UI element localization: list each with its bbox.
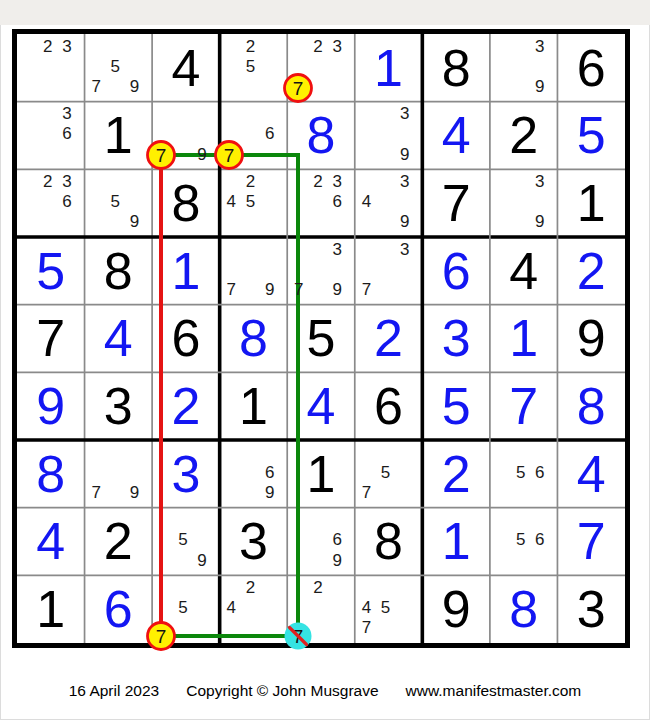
cell-r7c1[interactable]: 8 bbox=[17, 440, 85, 508]
pencil-marks: 25 bbox=[222, 36, 280, 97]
cell-r1c3[interactable]: 4 bbox=[152, 34, 220, 102]
pencil-marks: 59 bbox=[154, 510, 212, 571]
footer-website: www.manifestmaster.com bbox=[406, 682, 582, 700]
given-digit: 1 bbox=[220, 372, 288, 440]
given-digit: 6 bbox=[152, 305, 220, 373]
candidate-2: 2 bbox=[241, 577, 260, 597]
cell-r7c6[interactable]: 57 bbox=[355, 440, 423, 508]
cell-r9c3[interactable]: 5 bbox=[152, 575, 220, 643]
cell-r3c9[interactable]: 1 bbox=[557, 169, 625, 237]
given-digit: 2 bbox=[85, 508, 153, 576]
cell-r8c1[interactable]: 4 bbox=[17, 508, 85, 576]
candidate-9: 9 bbox=[192, 144, 211, 164]
pencil-marks: 69 bbox=[289, 510, 347, 571]
cell-r8c3[interactable]: 59 bbox=[152, 508, 220, 576]
cell-r7c9[interactable]: 4 bbox=[557, 440, 625, 508]
pencil-marks: 59 bbox=[87, 171, 145, 232]
cell-r4c1[interactable]: 5 bbox=[17, 237, 85, 305]
solved-digit: 5 bbox=[557, 102, 625, 170]
cell-r9c6[interactable]: 457 bbox=[355, 575, 423, 643]
candidate-7: 7 bbox=[357, 279, 376, 299]
cell-r9c1[interactable]: 1 bbox=[17, 575, 85, 643]
cell-r8c6[interactable]: 8 bbox=[355, 508, 423, 576]
cell-r9c7[interactable]: 9 bbox=[422, 575, 490, 643]
cell-r2c5[interactable]: 8 bbox=[287, 102, 355, 170]
solved-digit: 8 bbox=[490, 575, 558, 643]
cell-r2c1[interactable]: 36 bbox=[17, 102, 85, 170]
cell-r7c8[interactable]: 56 bbox=[490, 440, 558, 508]
footer-copyright: Copyright © John Musgrave bbox=[186, 682, 378, 700]
candidate-2: 2 bbox=[38, 171, 57, 191]
solved-digit: 1 bbox=[152, 237, 220, 305]
sudoku-board: 2357942523183963619683942523659824523634… bbox=[17, 34, 625, 643]
cell-r5c8[interactable]: 1 bbox=[490, 305, 558, 373]
candidate-2: 2 bbox=[308, 171, 327, 191]
pencil-marks: 349 bbox=[357, 171, 415, 232]
given-digit: 1 bbox=[85, 102, 153, 170]
cell-r3c5[interactable]: 236 bbox=[287, 169, 355, 237]
solved-digit: 1 bbox=[355, 34, 423, 102]
candidate-3: 3 bbox=[57, 104, 76, 124]
cell-r2c7[interactable]: 4 bbox=[422, 102, 490, 170]
cell-r4c2[interactable]: 8 bbox=[85, 237, 153, 305]
given-digit: 3 bbox=[557, 575, 625, 643]
pencil-marks: 56 bbox=[492, 442, 550, 503]
pencil-marks: 39 bbox=[357, 104, 415, 165]
solved-digit: 3 bbox=[422, 305, 490, 373]
cell-r8c4[interactable]: 3 bbox=[220, 508, 288, 576]
candidate-7: 7 bbox=[289, 279, 308, 299]
given-digit: 6 bbox=[557, 34, 625, 102]
pencil-marks: 236 bbox=[289, 171, 347, 232]
cell-r5c2[interactable]: 4 bbox=[85, 305, 153, 373]
cell-r1c6[interactable]: 1 bbox=[355, 34, 423, 102]
candidate-3: 3 bbox=[328, 239, 347, 259]
given-digit: 8 bbox=[85, 237, 153, 305]
pencil-marks: 2 bbox=[289, 577, 347, 638]
cell-r7c5[interactable]: 1 bbox=[287, 440, 355, 508]
given-digit: 4 bbox=[490, 237, 558, 305]
given-digit: 1 bbox=[17, 575, 85, 643]
candidate-9: 9 bbox=[395, 212, 414, 232]
solved-digit: 1 bbox=[422, 508, 490, 576]
solved-digit: 4 bbox=[557, 440, 625, 508]
cell-r3c1[interactable]: 236 bbox=[17, 169, 85, 237]
solved-digit: 4 bbox=[85, 305, 153, 373]
cell-r2c8[interactable]: 2 bbox=[490, 102, 558, 170]
candidate-5: 5 bbox=[173, 530, 192, 550]
solved-digit: 8 bbox=[557, 372, 625, 440]
candidate-5: 5 bbox=[376, 598, 395, 618]
given-digit: 3 bbox=[220, 508, 288, 576]
candidate-7: 7 bbox=[87, 482, 106, 502]
cell-r1c2[interactable]: 579 bbox=[85, 34, 153, 102]
candidate-9: 9 bbox=[260, 482, 279, 502]
cell-r6c8[interactable]: 7 bbox=[490, 372, 558, 440]
given-digit: 1 bbox=[287, 440, 355, 508]
pencil-marks: 457 bbox=[357, 577, 415, 638]
solved-digit: 2 bbox=[557, 237, 625, 305]
pencil-marks: 36 bbox=[19, 104, 77, 165]
candidate-7: 7 bbox=[222, 279, 241, 299]
candidate-6: 6 bbox=[57, 124, 76, 144]
cell-r4c8[interactable]: 4 bbox=[490, 237, 558, 305]
candidate-2: 2 bbox=[38, 36, 57, 56]
cell-r2c4[interactable]: 6 bbox=[220, 102, 288, 170]
pencil-marks: 9 bbox=[154, 104, 212, 165]
given-digit: 7 bbox=[422, 169, 490, 237]
candidate-5: 5 bbox=[106, 56, 125, 76]
given-digit: 1 bbox=[557, 169, 625, 237]
candidate-4: 4 bbox=[222, 598, 241, 618]
pencil-marks: 24 bbox=[222, 577, 280, 638]
given-digit: 8 bbox=[355, 508, 423, 576]
candidate-6: 6 bbox=[260, 462, 279, 482]
cell-r8c9[interactable]: 7 bbox=[557, 508, 625, 576]
given-digit: 8 bbox=[152, 169, 220, 237]
solved-digit: 4 bbox=[422, 102, 490, 170]
candidate-5: 5 bbox=[106, 192, 125, 212]
candidate-9: 9 bbox=[125, 212, 144, 232]
cell-r2c9[interactable]: 5 bbox=[557, 102, 625, 170]
cell-r7c4[interactable]: 69 bbox=[220, 440, 288, 508]
cell-r1c9[interactable]: 6 bbox=[557, 34, 625, 102]
footer-bar: 16 April 2023 Copyright © John Musgrave … bbox=[0, 682, 650, 700]
cell-r5c7[interactable]: 3 bbox=[422, 305, 490, 373]
candidate-4: 4 bbox=[222, 192, 241, 212]
cell-r5c9[interactable]: 9 bbox=[557, 305, 625, 373]
cell-r1c1[interactable]: 23 bbox=[17, 34, 85, 102]
candidate-9: 9 bbox=[328, 550, 347, 570]
solved-digit: 6 bbox=[422, 237, 490, 305]
candidate-5: 5 bbox=[241, 56, 260, 76]
candidate-3: 3 bbox=[328, 36, 347, 56]
candidate-4: 4 bbox=[357, 192, 376, 212]
pencil-marks: 39 bbox=[492, 171, 550, 232]
solved-digit: 9 bbox=[17, 372, 85, 440]
solved-digit: 3 bbox=[152, 440, 220, 508]
candidate-7: 7 bbox=[87, 76, 106, 96]
solved-digit: 4 bbox=[287, 372, 355, 440]
top-gray-band bbox=[0, 0, 650, 25]
footer-date: 16 April 2023 bbox=[69, 682, 160, 700]
cell-r4c5[interactable]: 379 bbox=[287, 237, 355, 305]
cell-r9c9[interactable]: 3 bbox=[557, 575, 625, 643]
candidate-9: 9 bbox=[395, 144, 414, 164]
candidate-5: 5 bbox=[511, 462, 530, 482]
solved-digit: 1 bbox=[490, 305, 558, 373]
candidate-2: 2 bbox=[308, 36, 327, 56]
candidate-3: 3 bbox=[328, 171, 347, 191]
pencil-marks: 23 bbox=[19, 36, 77, 97]
candidate-6: 6 bbox=[530, 462, 549, 482]
candidate-5: 5 bbox=[511, 530, 530, 550]
pencil-marks: 69 bbox=[222, 442, 280, 503]
cell-r3c4[interactable]: 245 bbox=[220, 169, 288, 237]
cell-r6c4[interactable]: 1 bbox=[220, 372, 288, 440]
cell-r5c3[interactable]: 6 bbox=[152, 305, 220, 373]
cell-r6c9[interactable]: 8 bbox=[557, 372, 625, 440]
cell-r6c1[interactable]: 9 bbox=[17, 372, 85, 440]
cell-r2c3[interactable]: 9 bbox=[152, 102, 220, 170]
given-digit: 6 bbox=[355, 372, 423, 440]
candidate-9: 9 bbox=[260, 279, 279, 299]
solved-digit: 2 bbox=[152, 372, 220, 440]
cell-r5c5[interactable]: 5 bbox=[287, 305, 355, 373]
pencil-marks: 56 bbox=[492, 510, 550, 571]
cell-r8c5[interactable]: 69 bbox=[287, 508, 355, 576]
solved-digit: 8 bbox=[220, 305, 288, 373]
cell-r5c6[interactable]: 2 bbox=[355, 305, 423, 373]
given-digit: 3 bbox=[85, 372, 153, 440]
candidate-3: 3 bbox=[395, 104, 414, 124]
cell-r6c7[interactable]: 5 bbox=[422, 372, 490, 440]
solved-digit: 8 bbox=[17, 440, 85, 508]
pencil-marks: 79 bbox=[222, 239, 280, 300]
cell-r1c7[interactable]: 8 bbox=[422, 34, 490, 102]
candidate-9: 9 bbox=[125, 76, 144, 96]
pencil-marks: 245 bbox=[222, 171, 280, 232]
candidate-6: 6 bbox=[328, 192, 347, 212]
cell-r9c5[interactable]: 2 bbox=[287, 575, 355, 643]
cell-r7c7[interactable]: 2 bbox=[422, 440, 490, 508]
candidate-3: 3 bbox=[530, 36, 549, 56]
given-digit: 4 bbox=[152, 34, 220, 102]
candidate-3: 3 bbox=[395, 239, 414, 259]
candidate-7: 7 bbox=[357, 618, 376, 638]
candidate-3: 3 bbox=[57, 171, 76, 191]
cell-r1c8[interactable]: 39 bbox=[490, 34, 558, 102]
solved-digit: 2 bbox=[422, 440, 490, 508]
cell-r8c2[interactable]: 2 bbox=[85, 508, 153, 576]
candidate-4: 4 bbox=[357, 598, 376, 618]
given-digit: 7 bbox=[17, 305, 85, 373]
cell-r6c3[interactable]: 2 bbox=[152, 372, 220, 440]
cell-r8c7[interactable]: 1 bbox=[422, 508, 490, 576]
cell-r7c2[interactable]: 79 bbox=[85, 440, 153, 508]
sudoku-app-page: 2357942523183963619683942523659824523634… bbox=[0, 0, 650, 720]
cell-r8c8[interactable]: 56 bbox=[490, 508, 558, 576]
solved-digit: 5 bbox=[422, 372, 490, 440]
cell-r4c6[interactable]: 37 bbox=[355, 237, 423, 305]
candidate-2: 2 bbox=[241, 36, 260, 56]
candidate-9: 9 bbox=[328, 279, 347, 299]
cell-r1c4[interactable]: 25 bbox=[220, 34, 288, 102]
cell-r6c6[interactable]: 6 bbox=[355, 372, 423, 440]
candidate-9: 9 bbox=[530, 212, 549, 232]
candidate-2: 2 bbox=[241, 171, 260, 191]
pencil-marks: 37 bbox=[357, 239, 415, 300]
pencil-marks: 5 bbox=[154, 577, 212, 638]
cell-r5c1[interactable]: 7 bbox=[17, 305, 85, 373]
given-digit: 9 bbox=[557, 305, 625, 373]
cell-r4c7[interactable]: 6 bbox=[422, 237, 490, 305]
solved-digit: 5 bbox=[17, 237, 85, 305]
pencil-marks: 6 bbox=[222, 104, 280, 165]
solved-digit: 6 bbox=[85, 575, 153, 643]
candidate-3: 3 bbox=[530, 171, 549, 191]
cell-r7c3[interactable]: 3 bbox=[152, 440, 220, 508]
given-digit: 5 bbox=[287, 305, 355, 373]
candidate-2: 2 bbox=[308, 577, 327, 597]
cell-r2c6[interactable]: 39 bbox=[355, 102, 423, 170]
pencil-marks: 379 bbox=[289, 239, 347, 300]
cell-r4c9[interactable]: 2 bbox=[557, 237, 625, 305]
pencil-marks: 79 bbox=[87, 442, 145, 503]
cell-r3c2[interactable]: 59 bbox=[85, 169, 153, 237]
solved-digit: 8 bbox=[287, 102, 355, 170]
pencil-marks: 236 bbox=[19, 171, 77, 232]
solved-digit: 7 bbox=[490, 372, 558, 440]
cell-r9c2[interactable]: 6 bbox=[85, 575, 153, 643]
pencil-marks: 579 bbox=[87, 36, 145, 97]
cell-r2c2[interactable]: 1 bbox=[85, 102, 153, 170]
cell-r3c8[interactable]: 39 bbox=[490, 169, 558, 237]
candidate-9: 9 bbox=[192, 550, 211, 570]
cell-r4c4[interactable]: 79 bbox=[220, 237, 288, 305]
candidate-3: 3 bbox=[57, 36, 76, 56]
cell-r3c7[interactable]: 7 bbox=[422, 169, 490, 237]
candidate-5: 5 bbox=[376, 462, 395, 482]
cell-r1c5[interactable]: 23 bbox=[287, 34, 355, 102]
cell-r9c4[interactable]: 24 bbox=[220, 575, 288, 643]
solved-digit: 7 bbox=[557, 508, 625, 576]
cell-r3c3[interactable]: 8 bbox=[152, 169, 220, 237]
pencil-marks: 39 bbox=[492, 36, 550, 97]
solved-digit: 4 bbox=[17, 508, 85, 576]
candidate-6: 6 bbox=[530, 530, 549, 550]
given-digit: 9 bbox=[422, 575, 490, 643]
given-digit: 8 bbox=[422, 34, 490, 102]
pencil-marks: 57 bbox=[357, 442, 415, 503]
candidate-5: 5 bbox=[173, 598, 192, 618]
cell-r9c8[interactable]: 8 bbox=[490, 575, 558, 643]
cell-r6c5[interactable]: 4 bbox=[287, 372, 355, 440]
candidate-3: 3 bbox=[395, 171, 414, 191]
pencil-marks: 23 bbox=[289, 36, 347, 97]
cell-r6c2[interactable]: 3 bbox=[85, 372, 153, 440]
given-digit: 2 bbox=[490, 102, 558, 170]
cell-r4c3[interactable]: 1 bbox=[152, 237, 220, 305]
cell-r5c4[interactable]: 8 bbox=[220, 305, 288, 373]
candidate-6: 6 bbox=[328, 530, 347, 550]
candidate-9: 9 bbox=[530, 76, 549, 96]
solved-digit: 2 bbox=[355, 305, 423, 373]
cell-r3c6[interactable]: 349 bbox=[355, 169, 423, 237]
candidate-9: 9 bbox=[125, 482, 144, 502]
candidate-5: 5 bbox=[241, 192, 260, 212]
candidate-7: 7 bbox=[357, 482, 376, 502]
candidate-6: 6 bbox=[260, 124, 279, 144]
candidate-6: 6 bbox=[57, 192, 76, 212]
